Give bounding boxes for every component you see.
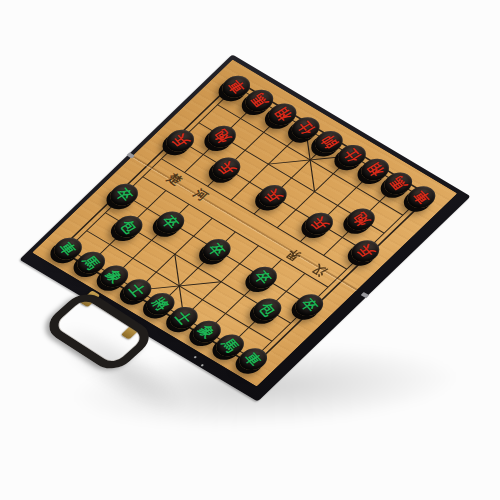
rim-screw [193,356,197,359]
hinge-notch-right [361,292,370,298]
product-photo-stage: 楚 河 汉 界 車馬相仕帥仕相馬車炮炮兵兵兵兵兵卒卒卒卒卒包包車馬象士將士象馬車 [0,0,500,500]
rim-screw [200,364,204,367]
